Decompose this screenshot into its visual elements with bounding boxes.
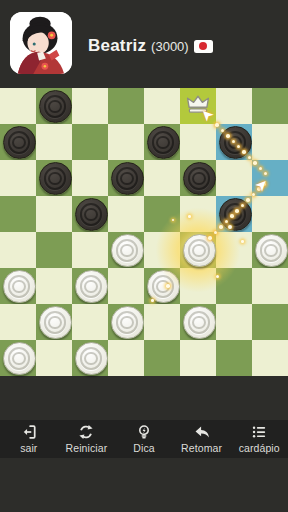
white-piece[interactable] [75, 342, 108, 375]
toolbar-button-cardapio[interactable]: cardápio [230, 420, 288, 458]
square-r7c3[interactable] [108, 340, 144, 376]
square-r3c7[interactable] [252, 196, 288, 232]
square-r6c6[interactable] [216, 304, 252, 340]
player-name: Beatriz [88, 36, 146, 56]
promotion-crown-icon [185, 93, 211, 117]
square-r0c2[interactable] [72, 88, 108, 124]
toolbar-label-retomar: Retomar [181, 442, 222, 454]
player-rating: (3000) [151, 39, 189, 54]
square-r2c5[interactable] [180, 160, 216, 196]
square-r5c5[interactable] [180, 268, 216, 304]
square-r6c0[interactable] [0, 304, 36, 340]
square-r3c3[interactable] [108, 196, 144, 232]
square-r3c5[interactable] [180, 196, 216, 232]
square-r3c1[interactable] [36, 196, 72, 232]
square-r1c2[interactable] [72, 124, 108, 160]
square-r4c7[interactable] [252, 232, 288, 268]
square-r7c7[interactable] [252, 340, 288, 376]
square-r2c2[interactable] [72, 160, 108, 196]
square-r1c7[interactable] [252, 124, 288, 160]
player-header: Beatriz (3000) [0, 0, 288, 88]
square-r6c2[interactable] [72, 304, 108, 340]
black-piece[interactable] [183, 162, 216, 195]
cardapio-icon [250, 423, 268, 441]
reiniciar-icon [77, 423, 95, 441]
avatar-illustration [10, 12, 72, 74]
square-r5c1[interactable] [36, 268, 72, 304]
square-r2c7[interactable] [252, 160, 288, 196]
square-r0c5[interactable] [180, 88, 216, 124]
square-r7c6[interactable] [216, 340, 252, 376]
square-r1c1[interactable] [36, 124, 72, 160]
black-piece[interactable] [39, 162, 72, 195]
square-r0c6[interactable] [216, 88, 252, 124]
black-piece[interactable] [111, 162, 144, 195]
square-r7c5[interactable] [180, 340, 216, 376]
square-r4c0[interactable] [0, 232, 36, 268]
square-r1c3[interactable] [108, 124, 144, 160]
toolbar-button-reiniciar[interactable]: Reiniciar [58, 420, 116, 458]
square-r4c4[interactable] [144, 232, 180, 268]
player-avatar [10, 12, 72, 74]
square-r5c3[interactable] [108, 268, 144, 304]
square-r3c4[interactable] [144, 196, 180, 232]
square-r4c6[interactable] [216, 232, 252, 268]
black-piece[interactable] [219, 126, 252, 159]
square-r1c0[interactable] [0, 124, 36, 160]
square-r6c5[interactable] [180, 304, 216, 340]
white-piece[interactable] [75, 270, 108, 303]
square-r7c1[interactable] [36, 340, 72, 376]
square-r5c0[interactable] [0, 268, 36, 304]
square-r4c3[interactable] [108, 232, 144, 268]
japan-flag-icon [194, 40, 213, 53]
toolbar-label-reiniciar: Reiniciar [66, 442, 108, 454]
white-piece[interactable] [111, 306, 144, 339]
square-r1c6[interactable] [216, 124, 252, 160]
square-r3c2[interactable] [72, 196, 108, 232]
square-r5c4[interactable] [144, 268, 180, 304]
black-piece[interactable] [39, 90, 72, 123]
black-piece[interactable] [219, 198, 252, 231]
square-r2c3[interactable] [108, 160, 144, 196]
toolbar-label-sair: sair [20, 442, 37, 454]
square-r6c7[interactable] [252, 304, 288, 340]
white-piece[interactable] [3, 270, 36, 303]
square-r2c6[interactable] [216, 160, 252, 196]
black-piece[interactable] [147, 126, 180, 159]
square-r5c6[interactable] [216, 268, 252, 304]
square-r4c2[interactable] [72, 232, 108, 268]
toolbar-button-dica[interactable]: Dica [115, 420, 173, 458]
white-piece[interactable] [39, 306, 72, 339]
toolbar-button-retomar[interactable]: Retomar [173, 420, 231, 458]
square-r4c1[interactable] [36, 232, 72, 268]
black-piece[interactable] [75, 198, 108, 231]
square-r0c3[interactable] [108, 88, 144, 124]
checkers-board: ➤➤ [0, 88, 288, 376]
square-r5c2[interactable] [72, 268, 108, 304]
square-r6c1[interactable] [36, 304, 72, 340]
square-r4c5[interactable] [180, 232, 216, 268]
square-r1c5[interactable] [180, 124, 216, 160]
toolbar-label-cardapio: cardápio [239, 442, 280, 454]
square-r0c4[interactable] [144, 88, 180, 124]
square-r0c0[interactable] [0, 88, 36, 124]
square-r2c4[interactable] [144, 160, 180, 196]
white-piece[interactable] [183, 306, 216, 339]
square-r7c4[interactable] [144, 340, 180, 376]
square-r6c4[interactable] [144, 304, 180, 340]
square-r7c0[interactable] [0, 340, 36, 376]
square-r3c6[interactable] [216, 196, 252, 232]
toolbar-label-dica: Dica [133, 442, 154, 454]
toolbar: sairReiniciarDicaRetomarcardápio [0, 420, 288, 458]
square-r3c0[interactable] [0, 196, 36, 232]
sair-icon [20, 423, 38, 441]
square-r7c2[interactable] [72, 340, 108, 376]
square-r5c7[interactable] [252, 268, 288, 304]
white-piece-selected[interactable] [183, 234, 216, 267]
white-piece[interactable] [255, 234, 288, 267]
square-r0c7[interactable] [252, 88, 288, 124]
white-piece[interactable] [147, 270, 180, 303]
black-piece[interactable] [3, 126, 36, 159]
white-piece[interactable] [111, 234, 144, 267]
square-r2c1[interactable] [36, 160, 72, 196]
white-piece[interactable] [3, 342, 36, 375]
square-r0c1[interactable] [36, 88, 72, 124]
square-r6c3[interactable] [108, 304, 144, 340]
dica-icon [135, 423, 153, 441]
retomar-icon [193, 423, 211, 441]
toolbar-button-sair[interactable]: sair [0, 420, 58, 458]
square-r2c0[interactable] [0, 160, 36, 196]
square-r1c4[interactable] [144, 124, 180, 160]
